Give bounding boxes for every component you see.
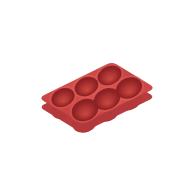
product-photo bbox=[0, 0, 195, 195]
muffin-pan-image bbox=[0, 0, 195, 195]
